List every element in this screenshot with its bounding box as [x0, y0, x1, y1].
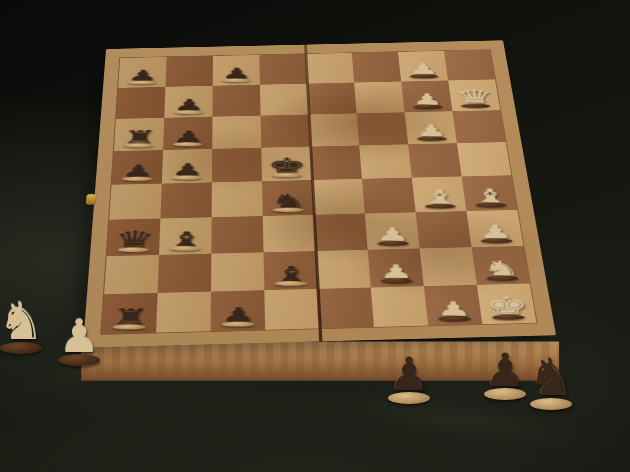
dark-p-a5[interactable]: ♟ [112, 154, 164, 181]
dark-p-b5[interactable]: ♟ [162, 152, 214, 179]
square-e5[interactable] [310, 145, 362, 180]
piece-base [484, 388, 526, 400]
square-e1[interactable] [318, 288, 374, 329]
square-a1[interactable] [101, 293, 157, 334]
light-p-g7[interactable]: ♟ [403, 84, 452, 108]
square-e8[interactable] [306, 53, 355, 84]
square-c6[interactable] [212, 116, 261, 149]
square-a7[interactable] [116, 87, 165, 119]
piece-glyph: ♛ [455, 89, 494, 106]
piece-glyph: ♟ [58, 316, 99, 357]
piece-base [388, 392, 430, 404]
square-a4[interactable] [109, 184, 162, 220]
square-f5[interactable] [359, 144, 412, 178]
captured-dark-n-3[interactable]: ♞ [522, 320, 580, 408]
square-g2[interactable] [420, 247, 477, 286]
square-e2[interactable] [316, 250, 371, 289]
square-e7[interactable] [307, 83, 357, 115]
square-g3[interactable] [416, 211, 472, 248]
dark-p-c8[interactable]: ♟ [213, 58, 261, 82]
square-c2[interactable] [211, 252, 264, 291]
square-b8[interactable] [165, 56, 213, 87]
square-a3[interactable] [107, 219, 161, 257]
square-e6[interactable] [309, 113, 360, 146]
square-c7[interactable] [212, 85, 260, 117]
dark-p-b7[interactable]: ♟ [164, 89, 214, 114]
square-f3[interactable] [365, 212, 420, 249]
square-d8[interactable] [259, 54, 307, 85]
square-h5[interactable] [457, 142, 511, 176]
square-h2[interactable] [472, 246, 530, 285]
light-q-h7[interactable]: ♛ [450, 83, 500, 107]
square-b4[interactable] [160, 182, 211, 218]
piece-base [530, 398, 572, 410]
square-f2[interactable] [368, 248, 424, 287]
square-d6[interactable] [261, 115, 311, 148]
square-e3[interactable] [314, 214, 368, 251]
piece-glyph: ♞ [528, 354, 575, 401]
dark-p-b6[interactable]: ♟ [163, 120, 214, 145]
captured-light-n-1[interactable]: ♞ [0, 264, 50, 352]
piece-glyph: ♟ [388, 354, 429, 395]
dark-r-a6[interactable]: ♜ [114, 121, 165, 147]
dark-k-d5[interactable]: ♚ [262, 150, 312, 176]
square-h6[interactable] [452, 110, 505, 143]
square-d1[interactable] [264, 289, 319, 330]
chess-board: ♟♟♟♜♟♟♟♚♞♛♝♝♜♟♟♟♛♟♝♝♟♟♟♞♟♚ [83, 40, 556, 347]
square-c4[interactable] [212, 181, 263, 217]
dark-p-a8[interactable]: ♟ [118, 60, 167, 84]
square-b1[interactable] [156, 292, 211, 333]
square-g5[interactable] [408, 143, 461, 177]
photo-scene: ♟♟♟♜♟♟♟♚♞♛♝♝♜♟♟♟♛♟♝♝♟♟♟♞♟♚ ♞♟♟♟♞ [0, 0, 630, 472]
square-b2[interactable] [158, 254, 212, 293]
light-p-g8[interactable]: ♟ [399, 54, 447, 77]
piece-glyph: ♜ [121, 129, 158, 145]
square-f8[interactable] [352, 52, 401, 83]
square-f6[interactable] [357, 112, 408, 145]
square-d7[interactable] [260, 84, 309, 116]
captured-dark-p-1[interactable]: ♟ [380, 314, 438, 402]
square-b3[interactable] [159, 217, 212, 255]
square-a2[interactable] [104, 255, 159, 294]
square-e4[interactable] [312, 179, 365, 215]
piece-base [58, 354, 100, 366]
piece-glyph: ♞ [0, 298, 44, 345]
piece-glyph: ♟ [484, 350, 525, 391]
square-c5[interactable] [212, 148, 262, 183]
square-c1[interactable] [211, 290, 266, 331]
square-d2[interactable] [264, 251, 318, 290]
light-p-g6[interactable]: ♟ [406, 115, 456, 140]
square-h8[interactable] [444, 50, 495, 81]
piece-glyph: ♚ [267, 157, 306, 175]
captured-light-p-2[interactable]: ♟ [50, 276, 108, 364]
piece-base [0, 342, 42, 354]
square-f4[interactable] [362, 178, 416, 214]
square-c3[interactable] [211, 216, 263, 254]
square-f7[interactable] [354, 82, 404, 114]
square-d3[interactable] [263, 215, 316, 253]
